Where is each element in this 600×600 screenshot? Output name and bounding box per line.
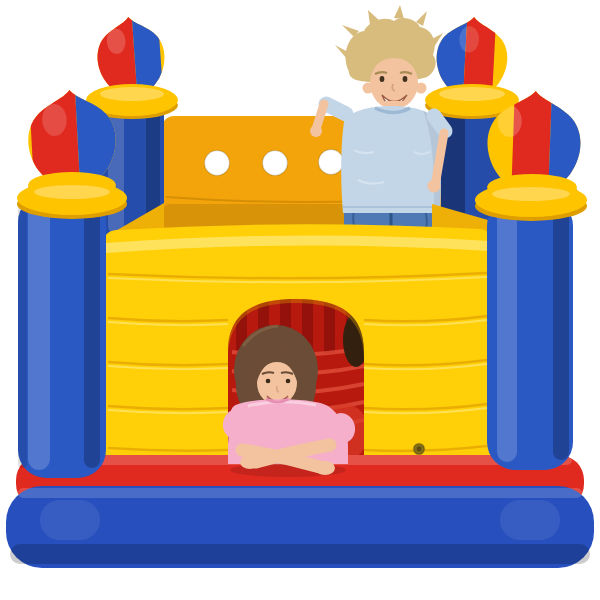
girl-eye-right [286,379,291,384]
tower-column-edge [84,202,100,468]
tower-column-highlight [497,206,517,462]
porthole-1 [205,151,230,176]
base-left-sheen [40,500,100,540]
tower-column-highlight [28,202,50,470]
tower-ring-highlight [100,87,164,101]
tower-ring-highlight [439,87,505,101]
boy-hand-left [310,125,322,137]
boy-eye-left [380,76,385,82]
product-photo-bounce-castle [0,0,600,600]
porthole-3 [319,150,344,175]
base-top-highlight [18,488,582,498]
tower-front-right [475,84,591,470]
base-bottom-shadow [10,544,590,564]
tower-column-edge [553,206,569,460]
tower-column-edge-left [18,202,27,468]
tower-ring-highlight [34,185,110,199]
porthole-2 [263,151,288,176]
boy-sleeve-left [326,104,346,114]
boy-shirt [326,104,445,213]
girl-eye-left [266,379,271,384]
girl-hand-right [315,461,335,475]
air-valve-cap [417,447,422,452]
boy-hand-right [428,180,441,193]
boy-eye-right [403,76,408,82]
castle-illustration [0,0,600,600]
tower-ring-highlight [492,187,570,201]
base-right-sheen [500,500,560,540]
girl-hand-left [240,455,260,469]
blue-base [6,486,594,568]
